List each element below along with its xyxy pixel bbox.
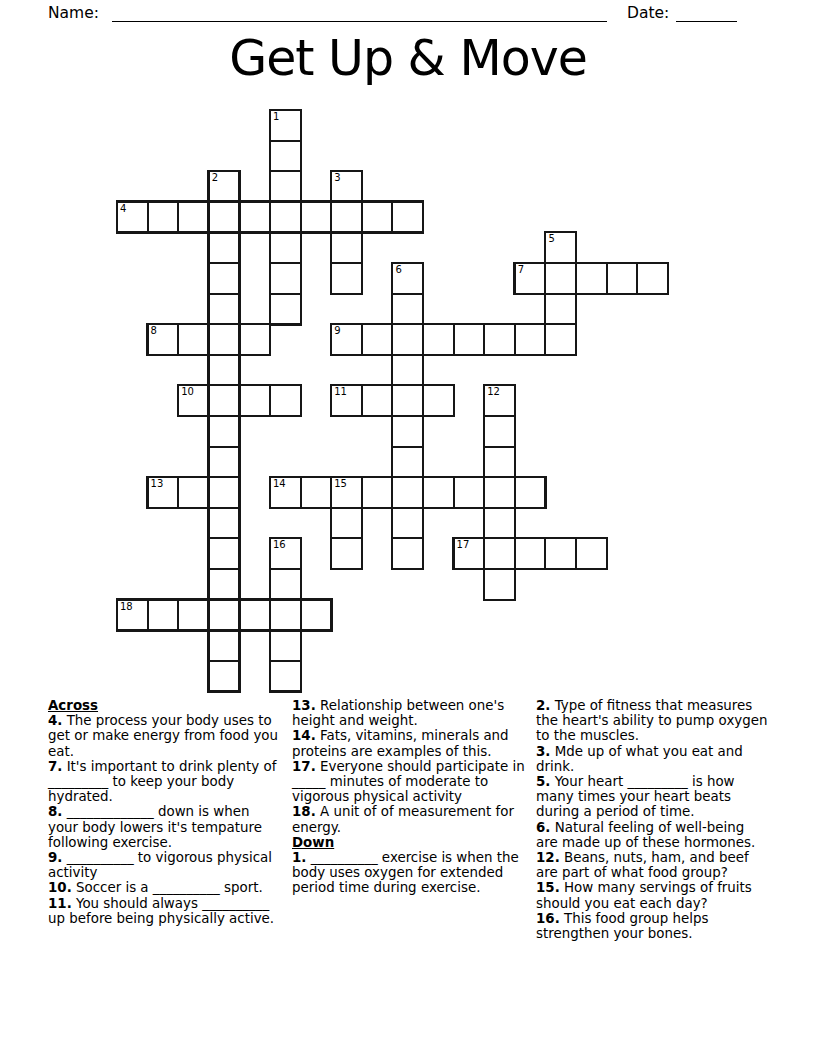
grid-cell — [483, 537, 516, 570]
grid-cell — [208, 384, 241, 417]
grid-cell: 6 — [391, 262, 424, 295]
clue-item: 11. You should always __________ up befo… — [48, 896, 282, 926]
grid-cell — [544, 537, 577, 570]
grid-cell — [208, 507, 241, 540]
clue-item: 17. Everyone should participate in _____… — [292, 759, 526, 805]
grid-cell — [391, 384, 424, 417]
clue-number: 6. — [536, 820, 550, 835]
grid-cell: 10 — [177, 384, 210, 417]
grid-cell — [269, 262, 302, 295]
grid-cell — [483, 507, 516, 540]
grid-cell — [208, 446, 241, 479]
clue-number: 1. — [292, 850, 306, 865]
grid-cell: 14 — [269, 476, 302, 509]
grid-cell: 3 — [330, 170, 363, 203]
grid-cell — [391, 476, 424, 509]
clue-section-heading: Across — [48, 698, 282, 713]
clue-number: 9. — [48, 850, 62, 865]
grid-cell — [300, 599, 333, 632]
clue-item: 4. The process your body uses to get or … — [48, 713, 282, 759]
grid-cell — [330, 507, 363, 540]
grid-cell — [177, 599, 210, 632]
grid-cell — [147, 201, 180, 234]
grid-cell — [361, 476, 394, 509]
clue-number: 7. — [48, 759, 62, 774]
grid-cell — [177, 476, 210, 509]
clue-number: 3. — [536, 744, 550, 759]
grid-cell — [208, 476, 241, 509]
grid-cell — [483, 446, 516, 479]
cell-number: 14 — [273, 478, 286, 490]
grid-cell — [544, 323, 577, 356]
grid-cell — [208, 201, 241, 234]
grid-cell: 1 — [269, 109, 302, 142]
worksheet-page: { "game": "crossword", "title": "Get Up … — [0, 0, 816, 1056]
clue-column: 2. Type of fitness that measures the hea… — [536, 698, 770, 941]
grid-cell — [208, 599, 241, 632]
clue-item: 6. Natural feeling of well-being are mad… — [536, 820, 770, 850]
grid-cell — [391, 446, 424, 479]
grid-cell — [269, 170, 302, 203]
clue-item: 3. Mde up of what you eat and drink. — [536, 744, 770, 774]
grid-cell: 9 — [330, 323, 363, 356]
grid-cell — [177, 323, 210, 356]
grid-cell — [330, 231, 363, 264]
cell-number: 2 — [212, 172, 218, 184]
grid-cell — [269, 599, 302, 632]
grid-cell: 5 — [544, 231, 577, 264]
cell-number: 8 — [151, 325, 157, 337]
clue-lists: Across4. The process your body uses to g… — [48, 698, 770, 941]
grid-cell — [330, 537, 363, 570]
clue-item: 9. __________ to vigorous physical activ… — [48, 850, 282, 880]
cell-number: 18 — [120, 601, 133, 613]
cell-number: 16 — [273, 539, 286, 551]
clue-number: 10. — [48, 880, 72, 895]
clue-number: 13. — [292, 698, 316, 713]
clue-number: 15. — [536, 880, 560, 895]
grid-cell — [208, 537, 241, 570]
grid-cell: 8 — [147, 323, 180, 356]
grid-cell — [453, 476, 486, 509]
cell-number: 13 — [151, 478, 164, 490]
cell-number: 6 — [395, 264, 401, 276]
grid-cell — [544, 262, 577, 295]
grid-cell — [208, 231, 241, 264]
grid-cell — [177, 201, 210, 234]
grid-cell — [269, 293, 302, 326]
grid-cell — [391, 415, 424, 448]
grid-cell: 4 — [116, 201, 149, 234]
cell-number: 10 — [181, 386, 194, 398]
clue-number: 14. — [292, 728, 316, 743]
grid-cell — [391, 201, 424, 234]
grid-cell — [208, 323, 241, 356]
grid-cell — [300, 476, 333, 509]
grid-cell — [606, 262, 639, 295]
grid-cell — [208, 293, 241, 326]
cell-number: 3 — [334, 172, 340, 184]
cell-number: 7 — [518, 264, 524, 276]
grid-cell — [269, 140, 302, 173]
clue-item: 15. How many servings of fruits should y… — [536, 880, 770, 910]
clue-number: 12. — [536, 850, 560, 865]
grid-cell — [391, 293, 424, 326]
grid-cell — [422, 476, 455, 509]
grid-cell — [238, 201, 271, 234]
clue-item: 5. Your heart _________ is how many time… — [536, 774, 770, 820]
grid-cell — [575, 262, 608, 295]
clue-number: 11. — [48, 896, 72, 911]
crossword-grid: 123456789101112131415161718 — [0, 0, 816, 700]
grid-cell — [483, 415, 516, 448]
grid-cell: 11 — [330, 384, 363, 417]
clue-column: Across4. The process your body uses to g… — [48, 698, 282, 941]
clue-item: 18. A unit of of measurement for energy. — [292, 804, 526, 834]
clue-number: 18. — [292, 804, 316, 819]
cell-number: 4 — [120, 203, 126, 215]
grid-cell — [422, 323, 455, 356]
clue-item: 1. __________ exercise is when the body … — [292, 850, 526, 896]
grid-cell: 15 — [330, 476, 363, 509]
grid-cell — [269, 629, 302, 662]
grid-cell — [269, 201, 302, 234]
clue-item: 10. Soccer is a __________ sport. — [48, 880, 282, 895]
clue-item: 16. This food group helps strengthen you… — [536, 911, 770, 941]
grid-cell — [391, 354, 424, 387]
grid-cell: 13 — [147, 476, 180, 509]
clue-item: 8. _____________ down is when your body … — [48, 804, 282, 850]
grid-cell — [422, 384, 455, 417]
grid-cell — [208, 568, 241, 601]
cell-number: 11 — [334, 386, 347, 398]
grid-cell — [361, 384, 394, 417]
cell-number: 12 — [487, 386, 500, 398]
clue-item: 13. Relationship between one's height an… — [292, 698, 526, 728]
grid-cell — [483, 568, 516, 601]
grid-cell: 7 — [514, 262, 547, 295]
grid-cell: 17 — [453, 537, 486, 570]
grid-cell — [514, 537, 547, 570]
cell-number: 9 — [334, 325, 340, 337]
cell-number: 17 — [457, 539, 470, 551]
grid-cell — [238, 599, 271, 632]
grid-cell — [238, 323, 271, 356]
grid-cell: 16 — [269, 537, 302, 570]
grid-cell — [453, 323, 486, 356]
grid-cell — [636, 262, 669, 295]
grid-cell — [238, 384, 271, 417]
grid-cell — [269, 384, 302, 417]
grid-cell — [361, 201, 394, 234]
grid-cell — [208, 354, 241, 387]
clue-number: 4. — [48, 713, 62, 728]
grid-cell — [361, 323, 394, 356]
grid-cell — [269, 660, 302, 693]
clue-section-heading: Down — [292, 835, 526, 850]
clue-item: 7. It's important to drink plenty of ___… — [48, 759, 282, 805]
grid-cell — [208, 262, 241, 295]
clue-number: 5. — [536, 774, 550, 789]
grid-cell — [330, 262, 363, 295]
clue-item: 2. Type of fitness that measures the hea… — [536, 698, 770, 744]
grid-cell — [483, 323, 516, 356]
grid-cell — [208, 660, 241, 693]
grid-cell — [391, 537, 424, 570]
grid-cell: 12 — [483, 384, 516, 417]
grid-cell — [544, 293, 577, 326]
clue-item: 14. Fats, vitamins, minerals and protein… — [292, 728, 526, 758]
grid-cell — [483, 476, 516, 509]
cell-number: 1 — [273, 111, 279, 123]
clue-column: 13. Relationship between one's height an… — [292, 698, 526, 941]
grid-cell — [575, 537, 608, 570]
cell-number: 15 — [334, 478, 347, 490]
grid-cell — [208, 415, 241, 448]
grid-cell — [514, 476, 547, 509]
clue-number: 16. — [536, 911, 560, 926]
grid-cell — [300, 201, 333, 234]
grid-cell — [330, 201, 363, 234]
cell-number: 5 — [548, 233, 554, 245]
grid-cell — [208, 629, 241, 662]
clue-number: 17. — [292, 759, 316, 774]
grid-cell — [269, 568, 302, 601]
clue-item: 12. Beans, nuts, ham, and beef are part … — [536, 850, 770, 880]
clue-number: 2. — [536, 698, 550, 713]
grid-cell — [391, 507, 424, 540]
grid-cell: 2 — [208, 170, 241, 203]
grid-cell — [269, 231, 302, 264]
grid-cell — [514, 323, 547, 356]
grid-cell — [391, 323, 424, 356]
clue-number: 8. — [48, 804, 62, 819]
grid-cell: 18 — [116, 599, 149, 632]
grid-cell — [147, 599, 180, 632]
